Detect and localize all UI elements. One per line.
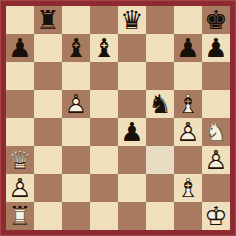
piece-black-pawn[interactable]: ♟	[6, 34, 34, 62]
square-g5[interactable]: ♝♗	[174, 90, 202, 118]
square-c7[interactable]: ♝	[62, 34, 90, 62]
square-a6[interactable]	[6, 62, 34, 90]
piece-black-king[interactable]: ♚	[202, 6, 230, 34]
square-h7[interactable]: ♟	[202, 34, 230, 62]
square-g2[interactable]: ♝♗	[174, 174, 202, 202]
square-f6[interactable]	[146, 62, 174, 90]
square-d3[interactable]	[90, 146, 118, 174]
square-e8[interactable]: ♛	[118, 6, 146, 34]
piece-white-queen[interactable]: ♛♕	[6, 146, 34, 174]
square-h3[interactable]: ♟♙	[202, 146, 230, 174]
piece-white-bishop[interactable]: ♝♗	[174, 174, 202, 202]
square-d5[interactable]	[90, 90, 118, 118]
square-f1[interactable]	[146, 202, 174, 230]
chess-board-frame: ♜♛♚♟♝♝♟♟♟♙♞♝♗♟♟♙♞♘♛♕♟♙♟♙♝♗♜♖♚♔	[0, 0, 236, 236]
piece-black-pawn[interactable]: ♟	[174, 34, 202, 62]
square-c4[interactable]	[62, 118, 90, 146]
piece-white-pawn[interactable]: ♟♙	[174, 118, 202, 146]
square-e4[interactable]: ♟	[118, 118, 146, 146]
square-a8[interactable]	[6, 6, 34, 34]
piece-black-pawn[interactable]: ♟	[202, 34, 230, 62]
square-c6[interactable]	[62, 62, 90, 90]
square-f7[interactable]	[146, 34, 174, 62]
square-d2[interactable]	[90, 174, 118, 202]
square-g7[interactable]: ♟	[174, 34, 202, 62]
square-a1[interactable]: ♜♖	[6, 202, 34, 230]
piece-black-knight[interactable]: ♞	[146, 90, 174, 118]
square-c5[interactable]: ♟♙	[62, 90, 90, 118]
square-e5[interactable]	[118, 90, 146, 118]
piece-black-pawn[interactable]: ♟	[118, 118, 146, 146]
square-a2[interactable]: ♟♙	[6, 174, 34, 202]
square-a4[interactable]	[6, 118, 34, 146]
square-a7[interactable]: ♟	[6, 34, 34, 62]
square-e6[interactable]	[118, 62, 146, 90]
piece-white-bishop[interactable]: ♝♗	[174, 90, 202, 118]
square-b8[interactable]: ♜	[34, 6, 62, 34]
square-f2[interactable]	[146, 174, 174, 202]
piece-black-bishop[interactable]: ♝	[90, 34, 118, 62]
square-h1[interactable]: ♚♔	[202, 202, 230, 230]
square-e7[interactable]	[118, 34, 146, 62]
square-b6[interactable]	[34, 62, 62, 90]
piece-black-queen[interactable]: ♛	[118, 6, 146, 34]
square-e2[interactable]	[118, 174, 146, 202]
square-d1[interactable]	[90, 202, 118, 230]
square-c2[interactable]	[62, 174, 90, 202]
square-h5[interactable]	[202, 90, 230, 118]
square-g8[interactable]	[174, 6, 202, 34]
piece-black-bishop[interactable]: ♝	[62, 34, 90, 62]
square-b5[interactable]	[34, 90, 62, 118]
square-f5[interactable]: ♞	[146, 90, 174, 118]
square-b3[interactable]	[34, 146, 62, 174]
square-g3[interactable]	[174, 146, 202, 174]
square-f4[interactable]	[146, 118, 174, 146]
piece-white-rook[interactable]: ♜♖	[6, 202, 34, 230]
square-g1[interactable]	[174, 202, 202, 230]
piece-black-rook[interactable]: ♜	[34, 6, 62, 34]
square-c1[interactable]	[62, 202, 90, 230]
square-d7[interactable]: ♝	[90, 34, 118, 62]
square-a3[interactable]: ♛♕	[6, 146, 34, 174]
square-b1[interactable]	[34, 202, 62, 230]
piece-white-pawn[interactable]: ♟♙	[6, 174, 34, 202]
square-c8[interactable]	[62, 6, 90, 34]
piece-white-pawn[interactable]: ♟♙	[202, 146, 230, 174]
square-f3[interactable]	[146, 146, 174, 174]
square-h2[interactable]	[202, 174, 230, 202]
square-g6[interactable]	[174, 62, 202, 90]
square-b2[interactable]	[34, 174, 62, 202]
square-h8[interactable]: ♚	[202, 6, 230, 34]
piece-white-pawn[interactable]: ♟♙	[62, 90, 90, 118]
square-f8[interactable]	[146, 6, 174, 34]
square-b7[interactable]	[34, 34, 62, 62]
square-d6[interactable]	[90, 62, 118, 90]
piece-white-knight[interactable]: ♞♘	[202, 118, 230, 146]
piece-white-king[interactable]: ♚♔	[202, 202, 230, 230]
square-a5[interactable]	[6, 90, 34, 118]
square-d4[interactable]	[90, 118, 118, 146]
square-e3[interactable]	[118, 146, 146, 174]
square-e1[interactable]	[118, 202, 146, 230]
square-h6[interactable]	[202, 62, 230, 90]
square-h4[interactable]: ♞♘	[202, 118, 230, 146]
square-g4[interactable]: ♟♙	[174, 118, 202, 146]
chess-board: ♜♛♚♟♝♝♟♟♟♙♞♝♗♟♟♙♞♘♛♕♟♙♟♙♝♗♜♖♚♔	[6, 6, 230, 230]
square-d8[interactable]	[90, 6, 118, 34]
square-c3[interactable]	[62, 146, 90, 174]
square-b4[interactable]	[34, 118, 62, 146]
